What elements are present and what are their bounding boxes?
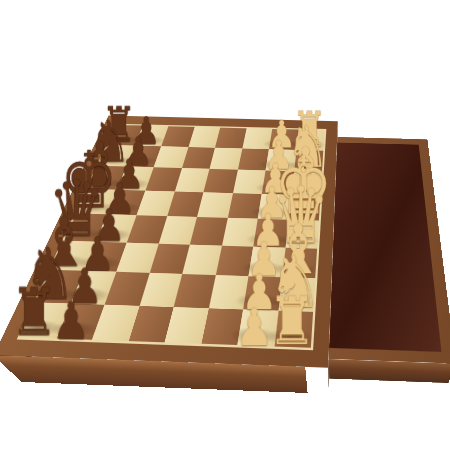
square-a1: ♜ bbox=[274, 310, 313, 348]
square-f5 bbox=[174, 168, 209, 192]
maple-inlay-border: ♜♟♟♜♞♟♟♞♝♟♟♝♚♟♟♚♛♟♟♛♝♟♟♝♞♟♟♞♜♟♟♜ bbox=[17, 124, 327, 351]
chess-board-grid: ♜♟♟♜♞♟♟♞♝♟♟♝♚♟♟♚♛♟♟♛♝♟♟♝♞♟♟♞♜♟♟♜ bbox=[20, 125, 324, 348]
drawer-interior bbox=[329, 143, 441, 352]
scene-perspective: ♜♟♟♜♞♟♟♞♝♟♟♝♚♟♟♚♛♟♟♛♝♟♟♝♞♟♟♞♜♟♟♜ bbox=[0, 0, 450, 450]
square-a5 bbox=[128, 305, 174, 342]
square-e5 bbox=[167, 191, 204, 217]
piece-dark-p-a7: ♟ bbox=[52, 296, 89, 347]
drawer-front-face bbox=[329, 359, 450, 383]
storage-drawer bbox=[329, 137, 450, 364]
product-photo: ♜♟♟♜♞♟♟♞♝♟♟♝♚♟♟♚♛♟♟♛♝♟♟♝♞♟♟♞♜♟♟♜ bbox=[0, 0, 450, 450]
piece-light-r-a1: ♜ bbox=[267, 289, 316, 355]
chess-box-3d: ♜♟♟♜♞♟♟♞♝♟♟♝♚♟♟♚♛♟♟♛♝♟♟♝♞♟♟♞♜♟♟♜ bbox=[0, 115, 338, 367]
board-top: ♜♟♟♜♞♟♟♞♝♟♟♝♚♟♟♚♛♟♟♛♝♟♟♝♞♟♟♞♜♟♟♜ bbox=[0, 115, 338, 367]
square-g5 bbox=[182, 147, 215, 169]
drawer-rim bbox=[329, 137, 450, 364]
piece-dark-r-a8: ♜ bbox=[11, 280, 59, 345]
